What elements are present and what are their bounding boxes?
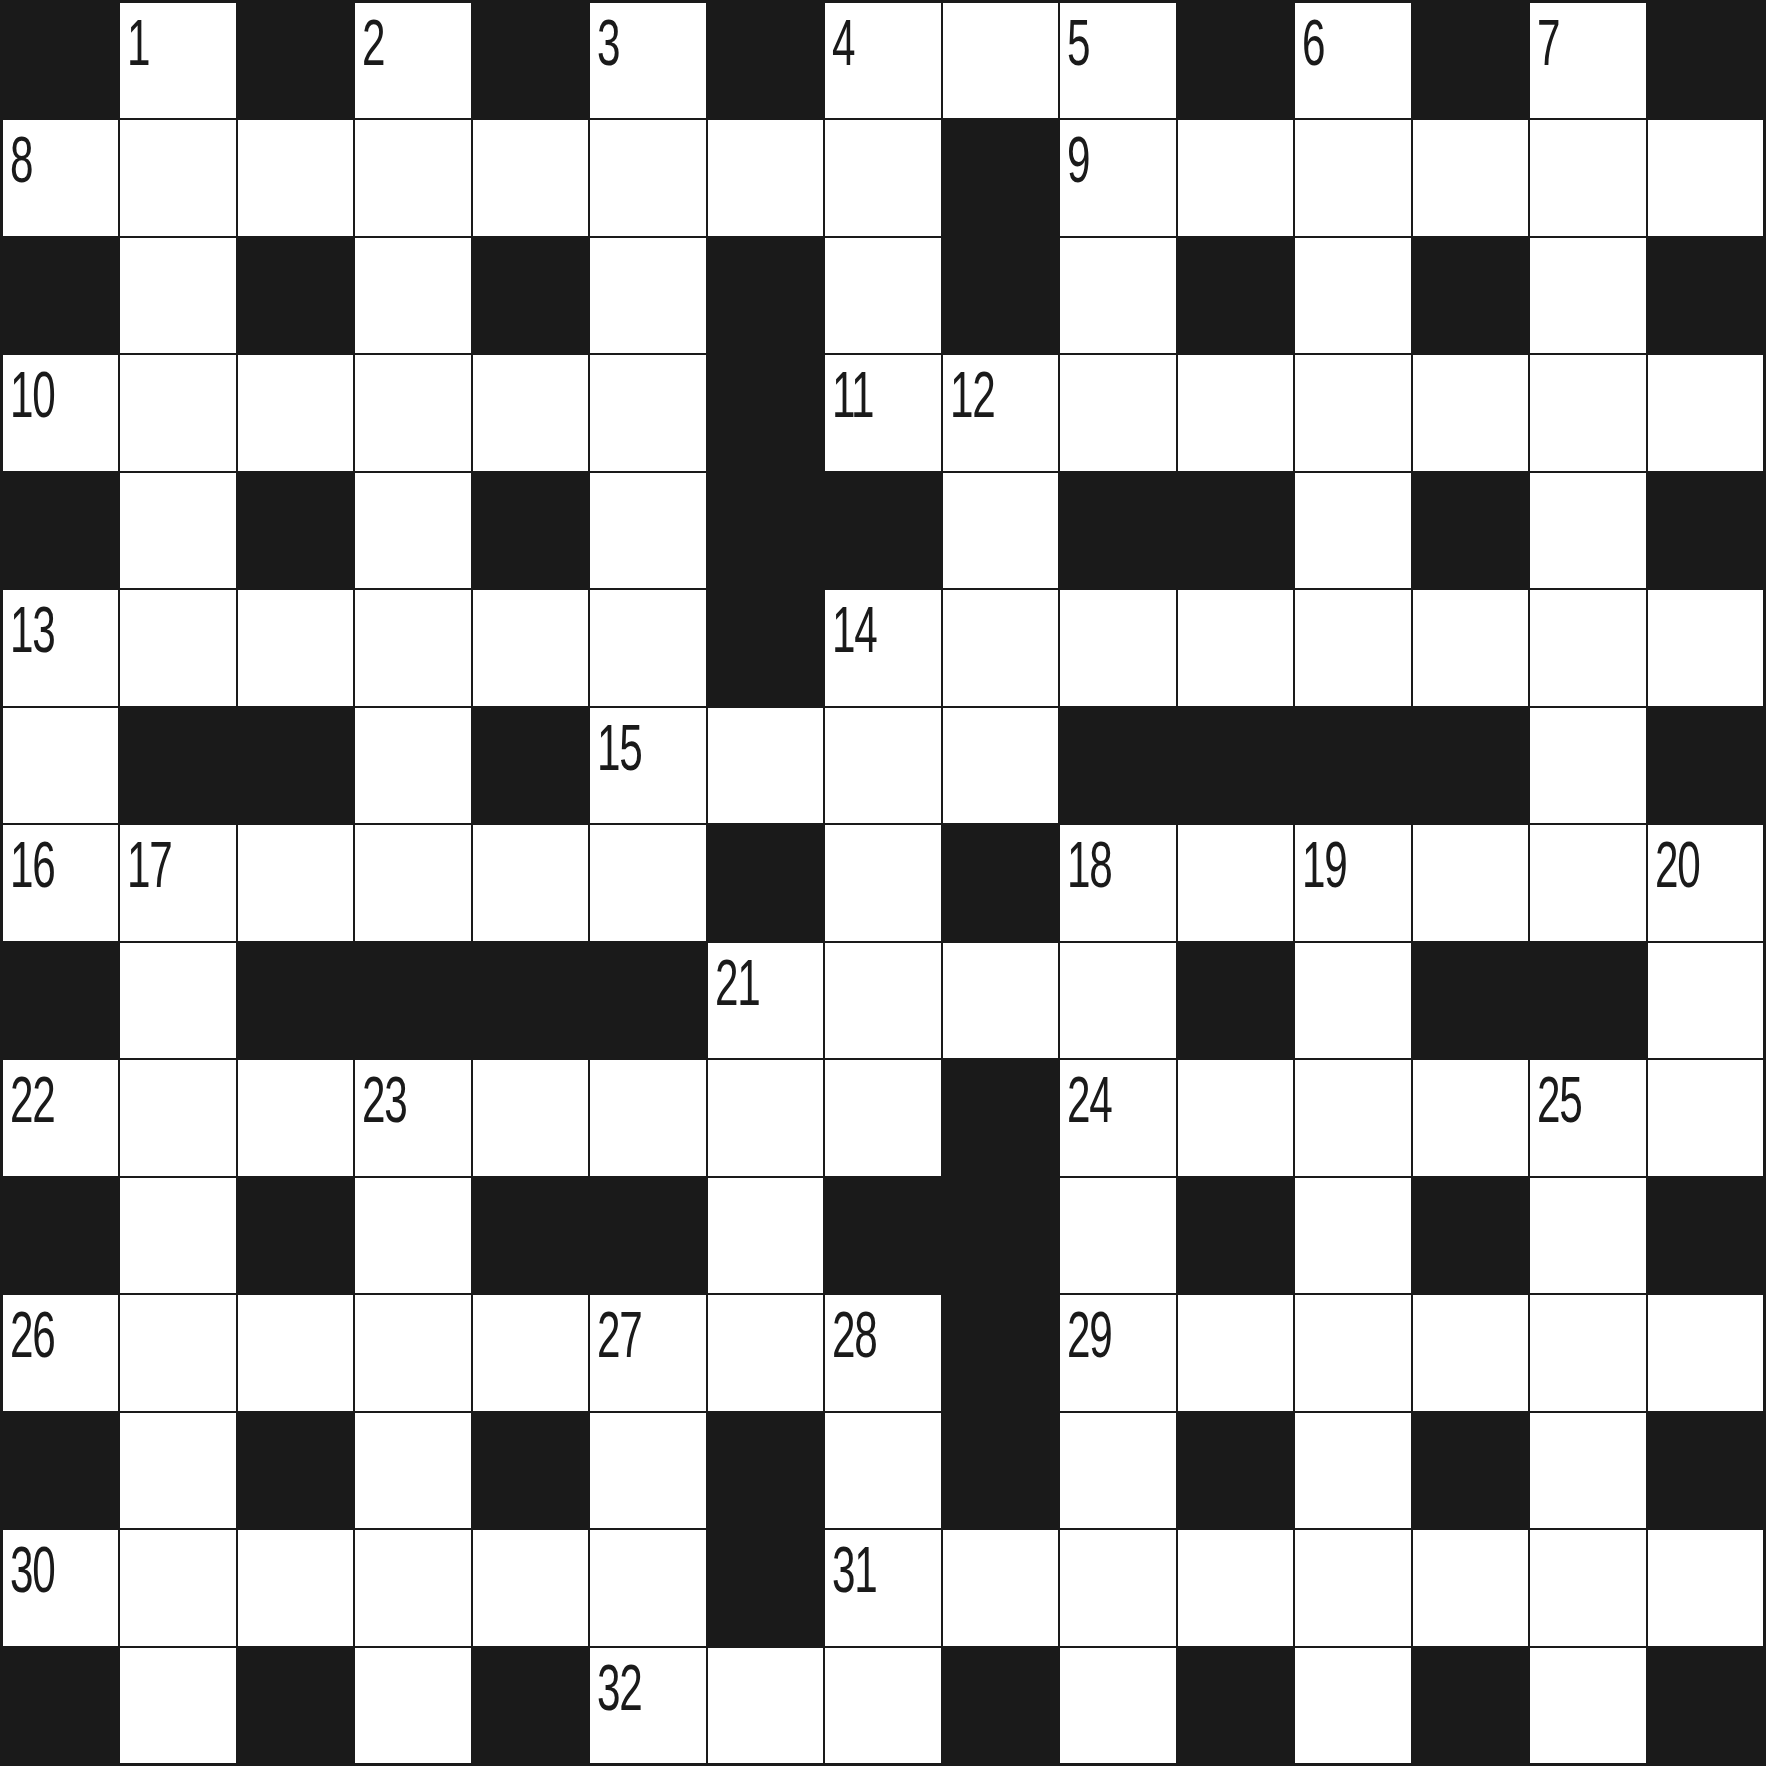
white-cell-r9c10[interactable] [1177, 1059, 1294, 1176]
black-cell-r4c9 [1059, 472, 1176, 589]
white-cell-r3c0[interactable]: 10 [2, 354, 119, 471]
white-cell-r13c9[interactable] [1059, 1529, 1176, 1646]
clue-number-11: 11 [832, 363, 873, 427]
black-cell-r10c2 [237, 1177, 354, 1294]
white-cell-r10c1[interactable] [119, 1177, 236, 1294]
white-cell-r1c2[interactable] [237, 119, 354, 236]
white-cell-r7c1[interactable]: 17 [119, 824, 236, 941]
white-cell-r10c9[interactable] [1059, 1177, 1176, 1294]
white-cell-r7c4[interactable] [472, 824, 589, 941]
white-cell-r6c6[interactable] [707, 707, 824, 824]
clue-number-9: 9 [1067, 128, 1089, 192]
black-cell-r10c0 [2, 1177, 119, 1294]
black-cell-r2c10 [1177, 237, 1294, 354]
white-cell-r1c6[interactable] [707, 119, 824, 236]
black-cell-r0c12 [1412, 2, 1529, 119]
black-cell-r8c2 [237, 942, 354, 1059]
white-cell-r13c8[interactable] [942, 1529, 1059, 1646]
black-cell-r6c1 [119, 707, 236, 824]
clue-number-17: 17 [127, 833, 171, 897]
clue-number-21: 21 [715, 951, 759, 1015]
white-cell-r7c12[interactable] [1412, 824, 1529, 941]
black-cell-r4c10 [1177, 472, 1294, 589]
clue-number-32: 32 [597, 1656, 641, 1720]
black-cell-r12c12 [1412, 1412, 1529, 1529]
white-cell-r9c13[interactable]: 25 [1529, 1059, 1646, 1176]
white-cell-r8c9[interactable] [1059, 942, 1176, 1059]
white-cell-r11c5[interactable]: 27 [589, 1294, 706, 1411]
white-cell-r2c7[interactable] [824, 237, 941, 354]
black-cell-r2c4 [472, 237, 589, 354]
white-cell-r6c8[interactable] [942, 707, 1059, 824]
white-cell-r4c8[interactable] [942, 472, 1059, 589]
white-cell-r2c3[interactable] [354, 237, 471, 354]
white-cell-r11c6[interactable] [707, 1294, 824, 1411]
white-cell-r5c9[interactable] [1059, 589, 1176, 706]
black-cell-r2c12 [1412, 237, 1529, 354]
white-cell-r5c14[interactable] [1647, 589, 1764, 706]
black-cell-r7c8 [942, 824, 1059, 941]
white-cell-r5c7[interactable]: 14 [824, 589, 941, 706]
white-cell-r7c14[interactable]: 20 [1647, 824, 1764, 941]
white-cell-r9c6[interactable] [707, 1059, 824, 1176]
clue-number-24: 24 [1067, 1068, 1111, 1132]
black-cell-r14c12 [1412, 1647, 1529, 1764]
white-cell-r4c13[interactable] [1529, 472, 1646, 589]
white-cell-r11c0[interactable]: 26 [2, 1294, 119, 1411]
black-cell-r7c6 [707, 824, 824, 941]
white-cell-r0c7[interactable]: 4 [824, 2, 941, 119]
black-cell-r12c2 [237, 1412, 354, 1529]
white-cell-r7c7[interactable] [824, 824, 941, 941]
clue-number-23: 23 [362, 1068, 406, 1132]
white-cell-r2c13[interactable] [1529, 237, 1646, 354]
white-cell-r5c13[interactable] [1529, 589, 1646, 706]
black-cell-r4c7 [824, 472, 941, 589]
white-cell-r12c7[interactable] [824, 1412, 941, 1529]
black-cell-r4c14 [1647, 472, 1764, 589]
white-cell-r3c5[interactable] [589, 354, 706, 471]
black-cell-r12c8 [942, 1412, 1059, 1529]
black-cell-r3c6 [707, 354, 824, 471]
white-cell-r6c5[interactable]: 15 [589, 707, 706, 824]
black-cell-r4c6 [707, 472, 824, 589]
clue-number-2: 2 [362, 11, 384, 75]
white-cell-r1c11[interactable] [1294, 119, 1411, 236]
clue-number-5: 5 [1067, 11, 1089, 75]
white-cell-r4c5[interactable] [589, 472, 706, 589]
black-cell-r6c14 [1647, 707, 1764, 824]
white-cell-r14c3[interactable] [354, 1647, 471, 1764]
white-cell-r11c2[interactable] [237, 1294, 354, 1411]
white-cell-r13c13[interactable] [1529, 1529, 1646, 1646]
clue-number-13: 13 [10, 598, 54, 662]
black-cell-r0c0 [2, 2, 119, 119]
clue-number-30: 30 [10, 1538, 54, 1602]
white-cell-r5c5[interactable] [589, 589, 706, 706]
white-cell-r4c11[interactable] [1294, 472, 1411, 589]
white-cell-r13c7[interactable]: 31 [824, 1529, 941, 1646]
white-cell-r3c4[interactable] [472, 354, 589, 471]
black-cell-r8c4 [472, 942, 589, 1059]
white-cell-r8c6[interactable]: 21 [707, 942, 824, 1059]
white-cell-r0c3[interactable]: 2 [354, 2, 471, 119]
white-cell-r11c11[interactable] [1294, 1294, 1411, 1411]
black-cell-r10c12 [1412, 1177, 1529, 1294]
clue-number-20: 20 [1655, 833, 1699, 897]
white-cell-r5c11[interactable] [1294, 589, 1411, 706]
clue-number-22: 22 [10, 1068, 54, 1132]
white-cell-r12c11[interactable] [1294, 1412, 1411, 1529]
black-cell-r9c8 [942, 1059, 1059, 1176]
clue-number-12: 12 [950, 363, 994, 427]
white-cell-r4c1[interactable] [119, 472, 236, 589]
black-cell-r14c4 [472, 1647, 589, 1764]
black-cell-r12c4 [472, 1412, 589, 1529]
crossword-board: 1234567891011121314151617181920212223242… [0, 0, 1766, 1766]
white-cell-r10c13[interactable] [1529, 1177, 1646, 1294]
clue-number-25: 25 [1537, 1068, 1581, 1132]
clue-number-4: 4 [832, 11, 854, 75]
white-cell-r10c11[interactable] [1294, 1177, 1411, 1294]
white-cell-r11c10[interactable] [1177, 1294, 1294, 1411]
white-cell-r12c5[interactable] [589, 1412, 706, 1529]
black-cell-r12c10 [1177, 1412, 1294, 1529]
white-cell-r0c13[interactable]: 7 [1529, 2, 1646, 119]
black-cell-r11c8 [942, 1294, 1059, 1411]
white-cell-r9c12[interactable] [1412, 1059, 1529, 1176]
white-cell-r1c3[interactable] [354, 119, 471, 236]
white-cell-r7c3[interactable] [354, 824, 471, 941]
white-cell-r3c2[interactable] [237, 354, 354, 471]
clue-number-29: 29 [1067, 1303, 1111, 1367]
white-cell-r3c7[interactable]: 11 [824, 354, 941, 471]
clue-number-26: 26 [10, 1303, 54, 1367]
white-cell-r3c9[interactable] [1059, 354, 1176, 471]
white-cell-r13c5[interactable] [589, 1529, 706, 1646]
white-cell-r5c1[interactable] [119, 589, 236, 706]
black-cell-r6c9 [1059, 707, 1176, 824]
black-cell-r2c8 [942, 237, 1059, 354]
white-cell-r0c8[interactable] [942, 2, 1059, 119]
clue-number-16: 16 [10, 833, 54, 897]
white-cell-r3c12[interactable] [1412, 354, 1529, 471]
black-cell-r14c14 [1647, 1647, 1764, 1764]
white-cell-r11c4[interactable] [472, 1294, 589, 1411]
white-cell-r13c3[interactable] [354, 1529, 471, 1646]
white-cell-r9c1[interactable] [119, 1059, 236, 1176]
black-cell-r8c3 [354, 942, 471, 1059]
black-cell-r8c12 [1412, 942, 1529, 1059]
black-cell-r5c6 [707, 589, 824, 706]
white-cell-r7c11[interactable]: 19 [1294, 824, 1411, 941]
white-cell-r13c11[interactable] [1294, 1529, 1411, 1646]
white-cell-r1c4[interactable] [472, 119, 589, 236]
black-cell-r10c4 [472, 1177, 589, 1294]
black-cell-r8c5 [589, 942, 706, 1059]
white-cell-r6c0[interactable] [2, 707, 119, 824]
white-cell-r14c9[interactable] [1059, 1647, 1176, 1764]
white-cell-r1c9[interactable]: 9 [1059, 119, 1176, 236]
white-cell-r3c11[interactable] [1294, 354, 1411, 471]
black-cell-r6c4 [472, 707, 589, 824]
clue-number-6: 6 [1302, 11, 1324, 75]
black-cell-r10c7 [824, 1177, 941, 1294]
white-cell-r3c13[interactable] [1529, 354, 1646, 471]
white-cell-r0c5[interactable]: 3 [589, 2, 706, 119]
black-cell-r0c4 [472, 2, 589, 119]
white-cell-r0c1[interactable]: 1 [119, 2, 236, 119]
white-cell-r2c5[interactable] [589, 237, 706, 354]
white-cell-r5c10[interactable] [1177, 589, 1294, 706]
white-cell-r5c12[interactable] [1412, 589, 1529, 706]
white-cell-r1c13[interactable] [1529, 119, 1646, 236]
white-cell-r5c3[interactable] [354, 589, 471, 706]
white-cell-r5c2[interactable] [237, 589, 354, 706]
white-cell-r1c7[interactable] [824, 119, 941, 236]
white-cell-r9c14[interactable] [1647, 1059, 1764, 1176]
white-cell-r7c13[interactable] [1529, 824, 1646, 941]
white-cell-r8c8[interactable] [942, 942, 1059, 1059]
black-cell-r4c4 [472, 472, 589, 589]
white-cell-r12c13[interactable] [1529, 1412, 1646, 1529]
white-cell-r1c14[interactable] [1647, 119, 1764, 236]
white-cell-r9c4[interactable] [472, 1059, 589, 1176]
white-cell-r2c1[interactable] [119, 237, 236, 354]
white-cell-r12c9[interactable] [1059, 1412, 1176, 1529]
white-cell-r11c7[interactable]: 28 [824, 1294, 941, 1411]
white-cell-r14c13[interactable] [1529, 1647, 1646, 1764]
clue-number-14: 14 [832, 598, 876, 662]
white-cell-r7c9[interactable]: 18 [1059, 824, 1176, 941]
white-cell-r3c3[interactable] [354, 354, 471, 471]
white-cell-r10c6[interactable] [707, 1177, 824, 1294]
black-cell-r14c0 [2, 1647, 119, 1764]
white-cell-r9c3[interactable]: 23 [354, 1059, 471, 1176]
white-cell-r3c10[interactable] [1177, 354, 1294, 471]
white-cell-r7c5[interactable] [589, 824, 706, 941]
white-cell-r9c0[interactable]: 22 [2, 1059, 119, 1176]
black-cell-r13c6 [707, 1529, 824, 1646]
black-cell-r0c14 [1647, 2, 1764, 119]
white-cell-r10c3[interactable] [354, 1177, 471, 1294]
white-cell-r7c10[interactable] [1177, 824, 1294, 941]
black-cell-r14c10 [1177, 1647, 1294, 1764]
black-cell-r0c2 [237, 2, 354, 119]
white-cell-r14c5[interactable]: 32 [589, 1647, 706, 1764]
white-cell-r14c11[interactable] [1294, 1647, 1411, 1764]
white-cell-r11c9[interactable]: 29 [1059, 1294, 1176, 1411]
black-cell-r12c6 [707, 1412, 824, 1529]
black-cell-r0c6 [707, 2, 824, 119]
black-cell-r10c10 [1177, 1177, 1294, 1294]
clue-number-19: 19 [1302, 833, 1346, 897]
clue-number-8: 8 [10, 128, 32, 192]
white-cell-r13c1[interactable] [119, 1529, 236, 1646]
clue-number-1: 1 [127, 11, 149, 75]
white-cell-r2c9[interactable] [1059, 237, 1176, 354]
black-cell-r14c2 [237, 1647, 354, 1764]
white-cell-r13c0[interactable]: 30 [2, 1529, 119, 1646]
white-cell-r8c1[interactable] [119, 942, 236, 1059]
white-cell-r14c7[interactable] [824, 1647, 941, 1764]
black-cell-r4c0 [2, 472, 119, 589]
white-cell-r12c1[interactable] [119, 1412, 236, 1529]
black-cell-r10c5 [589, 1177, 706, 1294]
black-cell-r10c8 [942, 1177, 1059, 1294]
white-cell-r13c2[interactable] [237, 1529, 354, 1646]
white-cell-r3c8[interactable]: 12 [942, 354, 1059, 471]
white-cell-r0c11[interactable]: 6 [1294, 2, 1411, 119]
black-cell-r6c2 [237, 707, 354, 824]
white-cell-r4c3[interactable] [354, 472, 471, 589]
white-cell-r9c2[interactable] [237, 1059, 354, 1176]
white-cell-r5c4[interactable] [472, 589, 589, 706]
black-cell-r10c14 [1647, 1177, 1764, 1294]
black-cell-r14c8 [942, 1647, 1059, 1764]
black-cell-r8c10 [1177, 942, 1294, 1059]
black-cell-r1c8 [942, 119, 1059, 236]
clue-number-28: 28 [832, 1303, 876, 1367]
clue-number-18: 18 [1067, 833, 1111, 897]
black-cell-r8c0 [2, 942, 119, 1059]
white-cell-r11c3[interactable] [354, 1294, 471, 1411]
white-cell-r1c12[interactable] [1412, 119, 1529, 236]
white-cell-r14c6[interactable] [707, 1647, 824, 1764]
white-cell-r11c1[interactable] [119, 1294, 236, 1411]
white-cell-r5c0[interactable]: 13 [2, 589, 119, 706]
white-cell-r9c5[interactable] [589, 1059, 706, 1176]
black-cell-r12c14 [1647, 1412, 1764, 1529]
black-cell-r6c12 [1412, 707, 1529, 824]
white-cell-r9c11[interactable] [1294, 1059, 1411, 1176]
black-cell-r2c2 [237, 237, 354, 354]
black-cell-r8c13 [1529, 942, 1646, 1059]
clue-number-15: 15 [597, 716, 641, 780]
white-cell-r8c14[interactable] [1647, 942, 1764, 1059]
white-cell-r3c1[interactable] [119, 354, 236, 471]
white-cell-r9c7[interactable] [824, 1059, 941, 1176]
clue-number-10: 10 [10, 363, 54, 427]
white-cell-r7c2[interactable] [237, 824, 354, 941]
black-cell-r12c0 [2, 1412, 119, 1529]
white-cell-r6c3[interactable] [354, 707, 471, 824]
black-cell-r2c14 [1647, 237, 1764, 354]
clue-number-7: 7 [1537, 11, 1559, 75]
white-cell-r1c5[interactable] [589, 119, 706, 236]
white-cell-r1c0[interactable]: 8 [2, 119, 119, 236]
black-cell-r0c10 [1177, 2, 1294, 119]
white-cell-r11c14[interactable] [1647, 1294, 1764, 1411]
black-cell-r4c12 [1412, 472, 1529, 589]
clue-number-3: 3 [597, 11, 619, 75]
white-cell-r1c10[interactable] [1177, 119, 1294, 236]
black-cell-r2c0 [2, 237, 119, 354]
white-cell-r8c7[interactable] [824, 942, 941, 1059]
black-cell-r4c2 [237, 472, 354, 589]
white-cell-r2c11[interactable] [1294, 237, 1411, 354]
white-cell-r11c13[interactable] [1529, 1294, 1646, 1411]
black-cell-r2c6 [707, 237, 824, 354]
white-cell-r5c8[interactable] [942, 589, 1059, 706]
white-cell-r12c3[interactable] [354, 1412, 471, 1529]
white-cell-r14c1[interactable] [119, 1647, 236, 1764]
white-cell-r9c9[interactable]: 24 [1059, 1059, 1176, 1176]
white-cell-r1c1[interactable] [119, 119, 236, 236]
white-cell-r8c11[interactable] [1294, 942, 1411, 1059]
white-cell-r6c13[interactable] [1529, 707, 1646, 824]
clue-number-27: 27 [597, 1303, 641, 1367]
clue-number-31: 31 [832, 1538, 876, 1602]
white-cell-r13c4[interactable] [472, 1529, 589, 1646]
white-cell-r11c12[interactable] [1412, 1294, 1529, 1411]
white-cell-r3c14[interactable] [1647, 354, 1764, 471]
white-cell-r0c9[interactable]: 5 [1059, 2, 1176, 119]
white-cell-r7c0[interactable]: 16 [2, 824, 119, 941]
white-cell-r6c7[interactable] [824, 707, 941, 824]
black-cell-r6c11 [1294, 707, 1411, 824]
white-cell-r13c10[interactable] [1177, 1529, 1294, 1646]
white-cell-r13c12[interactable] [1412, 1529, 1529, 1646]
black-cell-r6c10 [1177, 707, 1294, 824]
white-cell-r13c14[interactable] [1647, 1529, 1764, 1646]
